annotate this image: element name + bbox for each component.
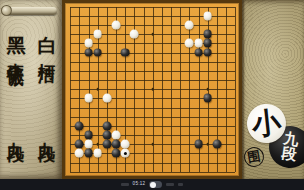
black-stone — [93, 48, 102, 57]
grid-line-h — [70, 135, 235, 136]
black-stone — [112, 149, 121, 158]
white-stone — [75, 149, 84, 158]
grid-line-h — [70, 172, 235, 173]
black-stone — [203, 48, 212, 57]
grid-line-v — [235, 7, 236, 172]
play-toggle[interactable] — [149, 181, 162, 188]
star-point — [96, 143, 99, 146]
last-move-marker — [123, 152, 126, 155]
black-stone — [84, 48, 93, 57]
players-panel: 黑 李钦诚 九段 白 柯洁 九段 — [0, 0, 62, 179]
grid-line-v — [180, 7, 181, 172]
logo-ring: 围 — [242, 145, 265, 168]
white-stone — [185, 21, 194, 30]
black-stone — [102, 122, 111, 131]
scroll-rod-knob — [1, 5, 12, 16]
black-stone — [102, 131, 111, 140]
white-label: 白 — [38, 21, 57, 24]
star-point — [151, 33, 154, 36]
grid-line-h — [70, 108, 235, 109]
white-stone — [194, 39, 203, 48]
black-stone — [75, 122, 84, 131]
logo-ring-char: 围 — [246, 147, 262, 167]
white-stone — [185, 39, 194, 48]
logo-black-char-bottom: 段 — [280, 146, 297, 163]
white-stone — [93, 149, 102, 158]
black-stone — [203, 30, 212, 39]
video-frame: 黑 李钦诚 九段 白 柯洁 九段 九 段 小 围 05:12 — [0, 0, 304, 190]
star-point — [96, 88, 99, 91]
time-label: 05:12 — [133, 182, 146, 187]
black-label: 黑 — [7, 21, 26, 24]
black-stone — [112, 140, 121, 149]
quality-icon[interactable] — [166, 183, 174, 186]
grid-line-v — [162, 7, 163, 172]
white-stone — [130, 30, 139, 39]
star-point — [206, 88, 209, 91]
player-bar: 05:12 — [0, 179, 304, 190]
black-stone — [212, 140, 221, 149]
more-icon[interactable] — [178, 183, 183, 186]
grid-line-h — [70, 117, 235, 118]
logo-white-char: 小 — [250, 102, 283, 145]
black-player-name: 李钦诚 — [7, 49, 24, 58]
grid-line-v — [189, 7, 190, 172]
white-stone — [93, 30, 102, 39]
black-stone — [75, 140, 84, 149]
black-stone — [102, 140, 111, 149]
grid-line-h — [70, 126, 235, 127]
star-point — [151, 143, 154, 146]
black-stone — [194, 140, 203, 149]
star-point — [206, 143, 209, 146]
black-stone — [84, 149, 93, 158]
grid-line-v — [171, 7, 172, 172]
black-stone — [84, 131, 93, 140]
white-stone — [203, 12, 212, 21]
go-board[interactable] — [62, 0, 242, 179]
black-stone — [121, 48, 130, 57]
grid-line-h — [70, 163, 235, 164]
white-stone — [121, 140, 130, 149]
black-stone — [194, 48, 203, 57]
white-stone — [84, 94, 93, 103]
white-stone — [112, 131, 121, 140]
black-stone — [203, 39, 212, 48]
white-player-rank: 九段 — [38, 128, 55, 134]
play-toggle-knob — [150, 182, 156, 188]
black-player-rank: 九段 — [7, 128, 24, 134]
star-point — [151, 88, 154, 91]
rewind-icon[interactable] — [121, 183, 129, 186]
white-stone — [84, 140, 93, 149]
black-stone — [203, 94, 212, 103]
grid-line-v — [226, 7, 227, 172]
white-player-name: 柯洁 — [38, 49, 55, 55]
logo-white-stone: 小 — [245, 102, 288, 145]
white-stone — [102, 94, 111, 103]
white-stone — [121, 149, 130, 158]
white-stone — [84, 39, 93, 48]
side-panel: 九 段 小 围 — [242, 0, 304, 179]
white-stone — [112, 21, 121, 30]
